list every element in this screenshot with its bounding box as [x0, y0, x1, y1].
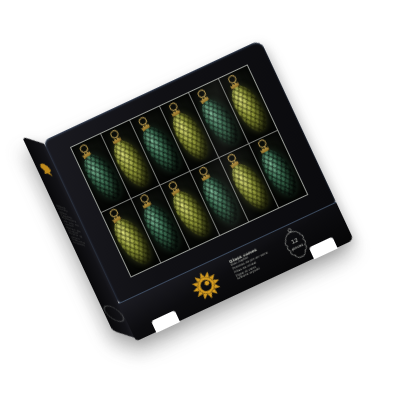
box-notch-left [151, 310, 180, 333]
hanger-loop-icon [227, 73, 238, 84]
sun-logo-icon [186, 266, 226, 306]
pinecone-badge-icon: 12 pieces [276, 221, 317, 265]
ornament-box: Glass conesGlas ZapfenPommes de pin en v… [43, 40, 353, 341]
product-photo: Glass conesGlas ZapfenPommes de pin en v… [0, 0, 400, 400]
hanger-loop-icon [109, 128, 120, 139]
hanger-loop-icon [168, 101, 179, 112]
box-notch-right [309, 237, 338, 260]
